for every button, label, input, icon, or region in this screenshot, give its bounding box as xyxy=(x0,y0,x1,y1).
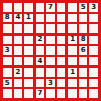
cell-r5c8[interactable]: 6 xyxy=(79,46,88,55)
cell-r8c2[interactable] xyxy=(14,79,23,88)
cell-r9c3[interactable] xyxy=(24,89,33,98)
box-3-2: 37 xyxy=(36,68,66,98)
cell-r5c6[interactable] xyxy=(57,46,66,55)
cell-r4c7[interactable]: 1 xyxy=(68,36,77,45)
given-digit: 4 xyxy=(15,14,20,21)
cell-r5c2[interactable] xyxy=(14,46,23,55)
cell-r1c4[interactable] xyxy=(36,3,45,12)
cell-r7c4[interactable] xyxy=(36,68,45,77)
cell-r8c3[interactable] xyxy=(24,79,33,88)
box-1-2: 7 xyxy=(36,3,66,33)
cell-r2c4[interactable] xyxy=(36,14,45,23)
cell-r4c4[interactable]: 2 xyxy=(36,36,45,45)
cell-r3c6[interactable] xyxy=(57,24,66,33)
cell-r1c6[interactable] xyxy=(57,3,66,12)
cell-r7c3[interactable] xyxy=(24,68,33,77)
cell-r2c5[interactable] xyxy=(46,14,55,23)
given-digit: 5 xyxy=(5,80,10,87)
cell-r9c6[interactable] xyxy=(57,89,66,98)
sudoku-board: 84175332418625371 xyxy=(0,0,101,101)
cell-r6c3[interactable] xyxy=(24,57,33,66)
cell-r6c5[interactable] xyxy=(46,57,55,66)
cell-r4c2[interactable] xyxy=(14,36,23,45)
given-digit: 3 xyxy=(48,80,53,87)
cell-r7c9[interactable] xyxy=(89,68,98,77)
cell-r5c5[interactable] xyxy=(46,46,55,55)
cell-r1c8[interactable]: 5 xyxy=(79,3,88,12)
cell-r4c5[interactable] xyxy=(46,36,55,45)
cell-r3c3[interactable] xyxy=(24,24,33,33)
given-digit: 7 xyxy=(37,90,42,97)
cell-r5c7[interactable] xyxy=(68,46,77,55)
cell-r9c1[interactable] xyxy=(3,89,12,98)
cell-r7c8[interactable] xyxy=(79,68,88,77)
given-digit: 8 xyxy=(5,14,10,21)
cell-r9c2[interactable] xyxy=(14,89,23,98)
cell-r4c1[interactable] xyxy=(3,36,12,45)
cell-r2c7[interactable] xyxy=(68,14,77,23)
given-digit: 1 xyxy=(26,14,31,21)
cell-r2c2[interactable]: 4 xyxy=(14,14,23,23)
cell-r3c1[interactable] xyxy=(3,24,12,33)
given-digit: 1 xyxy=(70,36,75,43)
cell-r8c5[interactable]: 3 xyxy=(46,79,55,88)
cell-r7c2[interactable]: 2 xyxy=(14,68,23,77)
cell-r1c7[interactable] xyxy=(68,3,77,12)
cell-r5c4[interactable] xyxy=(36,46,45,55)
cell-r2c1[interactable]: 8 xyxy=(3,14,12,23)
cell-r3c9[interactable] xyxy=(89,24,98,33)
given-digit: 7 xyxy=(48,4,53,11)
box-2-3: 186 xyxy=(68,36,98,66)
cell-r8c8[interactable] xyxy=(79,79,88,88)
cell-r9c8[interactable] xyxy=(79,89,88,98)
cell-r8c9[interactable] xyxy=(89,79,98,88)
cell-r9c4[interactable]: 7 xyxy=(36,89,45,98)
given-digit: 5 xyxy=(81,4,86,11)
cell-r5c3[interactable] xyxy=(24,46,33,55)
cell-r3c8[interactable] xyxy=(79,24,88,33)
cell-r2c3[interactable]: 1 xyxy=(24,14,33,23)
cell-r4c9[interactable] xyxy=(89,36,98,45)
given-digit: 6 xyxy=(81,47,86,54)
given-digit: 1 xyxy=(70,69,75,76)
cell-r6c9[interactable] xyxy=(89,57,98,66)
cell-r1c9[interactable]: 3 xyxy=(89,3,98,12)
given-digit: 2 xyxy=(15,69,20,76)
cell-r2c8[interactable] xyxy=(79,14,88,23)
cell-r4c8[interactable]: 8 xyxy=(79,36,88,45)
cell-r6c7[interactable] xyxy=(68,57,77,66)
cell-r6c6[interactable] xyxy=(57,57,66,66)
given-digit: 8 xyxy=(81,36,86,43)
given-digit: 2 xyxy=(37,36,42,43)
box-1-1: 841 xyxy=(3,3,33,33)
cell-r9c9[interactable] xyxy=(89,89,98,98)
box-3-3: 1 xyxy=(68,68,98,98)
box-3-1: 25 xyxy=(3,68,33,98)
cell-r3c5[interactable] xyxy=(46,24,55,33)
cell-r6c2[interactable] xyxy=(14,57,23,66)
given-digit: 4 xyxy=(37,58,42,65)
cell-r6c1[interactable] xyxy=(3,57,12,66)
cell-r8c7[interactable] xyxy=(68,79,77,88)
cell-r7c7[interactable]: 1 xyxy=(68,68,77,77)
box-2-2: 24 xyxy=(36,36,66,66)
box-1-3: 53 xyxy=(68,3,98,33)
cell-r9c7[interactable] xyxy=(68,89,77,98)
cell-r9c5[interactable] xyxy=(46,89,55,98)
cell-r1c2[interactable] xyxy=(14,3,23,12)
cell-r5c1[interactable]: 3 xyxy=(3,46,12,55)
cell-r8c1[interactable]: 5 xyxy=(3,79,12,88)
box-2-1: 3 xyxy=(3,36,33,66)
cell-r2c9[interactable] xyxy=(89,14,98,23)
cell-r3c4[interactable] xyxy=(36,24,45,33)
cell-r8c4[interactable] xyxy=(36,79,45,88)
cell-r7c6[interactable] xyxy=(57,68,66,77)
cell-r4c3[interactable] xyxy=(24,36,33,45)
cell-r7c1[interactable] xyxy=(3,68,12,77)
cell-r8c6[interactable] xyxy=(57,79,66,88)
cell-r6c8[interactable] xyxy=(79,57,88,66)
given-digit: 3 xyxy=(5,47,10,54)
cell-r1c3[interactable] xyxy=(24,3,33,12)
cell-r3c7[interactable] xyxy=(68,24,77,33)
cell-r3c2[interactable] xyxy=(14,24,23,33)
cell-r4c6[interactable] xyxy=(57,36,66,45)
cell-r5c9[interactable] xyxy=(89,46,98,55)
cell-r7c5[interactable] xyxy=(46,68,55,77)
given-digit: 3 xyxy=(91,4,96,11)
cell-r6c4[interactable]: 4 xyxy=(36,57,45,66)
cell-r1c1[interactable] xyxy=(3,3,12,12)
cell-r1c5[interactable]: 7 xyxy=(46,3,55,12)
cell-r2c6[interactable] xyxy=(57,14,66,23)
